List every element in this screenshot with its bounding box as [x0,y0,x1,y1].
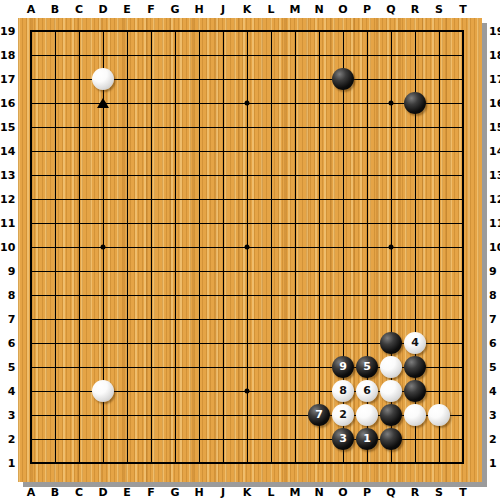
intersection-C4[interactable] [67,379,91,403]
intersection-K16[interactable] [235,91,259,115]
intersection-F15[interactable] [139,115,163,139]
intersection-P7[interactable] [355,307,379,331]
intersection-K6[interactable] [235,331,259,355]
intersection-K5[interactable] [235,355,259,379]
intersection-G11[interactable] [163,211,187,235]
intersection-D2[interactable] [91,427,115,451]
intersection-A6[interactable] [19,331,43,355]
intersection-S13[interactable] [427,163,451,187]
intersection-S1[interactable] [427,451,451,475]
intersection-K17[interactable] [235,67,259,91]
intersection-O7[interactable] [331,307,355,331]
intersection-O5[interactable]: 9 [331,355,355,379]
intersection-F17[interactable] [139,67,163,91]
intersection-B11[interactable] [43,211,67,235]
intersection-G16[interactable] [163,91,187,115]
intersection-H16[interactable] [187,91,211,115]
intersection-A16[interactable] [19,91,43,115]
intersection-S8[interactable] [427,283,451,307]
intersection-R13[interactable] [403,163,427,187]
intersection-K13[interactable] [235,163,259,187]
intersection-G17[interactable] [163,67,187,91]
intersection-Q9[interactable] [379,259,403,283]
intersection-P12[interactable] [355,187,379,211]
intersection-P1[interactable] [355,451,379,475]
intersection-S11[interactable] [427,211,451,235]
intersection-B16[interactable] [43,91,67,115]
intersection-O6[interactable] [331,331,355,355]
intersection-O10[interactable] [331,235,355,259]
intersection-F1[interactable] [139,451,163,475]
intersection-T12[interactable] [451,187,475,211]
intersection-L14[interactable] [259,139,283,163]
intersection-Q5[interactable] [379,355,403,379]
intersection-F13[interactable] [139,163,163,187]
intersection-F6[interactable] [139,331,163,355]
intersection-H15[interactable] [187,115,211,139]
intersection-H10[interactable] [187,235,211,259]
intersection-D16[interactable] [91,91,115,115]
intersection-H12[interactable] [187,187,211,211]
intersection-P16[interactable] [355,91,379,115]
intersection-M17[interactable] [283,67,307,91]
intersection-C9[interactable] [67,259,91,283]
intersection-K10[interactable] [235,235,259,259]
intersection-A4[interactable] [19,379,43,403]
intersection-A8[interactable] [19,283,43,307]
intersection-L9[interactable] [259,259,283,283]
intersection-P13[interactable] [355,163,379,187]
intersection-T14[interactable] [451,139,475,163]
intersection-A13[interactable] [19,163,43,187]
intersection-Q1[interactable] [379,451,403,475]
intersection-L11[interactable] [259,211,283,235]
intersection-L2[interactable] [259,427,283,451]
intersection-J5[interactable] [211,355,235,379]
intersection-T4[interactable] [451,379,475,403]
intersection-J2[interactable] [211,427,235,451]
intersection-C5[interactable] [67,355,91,379]
intersection-D13[interactable] [91,163,115,187]
intersection-L5[interactable] [259,355,283,379]
intersection-B12[interactable] [43,187,67,211]
intersection-C16[interactable] [67,91,91,115]
intersection-B3[interactable] [43,403,67,427]
intersection-S4[interactable] [427,379,451,403]
intersection-D3[interactable] [91,403,115,427]
intersection-H7[interactable] [187,307,211,331]
intersection-N17[interactable] [307,67,331,91]
intersection-P19[interactable] [355,19,379,43]
intersection-E2[interactable] [115,427,139,451]
intersection-K3[interactable] [235,403,259,427]
intersection-T7[interactable] [451,307,475,331]
intersection-F5[interactable] [139,355,163,379]
intersection-J14[interactable] [211,139,235,163]
intersection-P17[interactable] [355,67,379,91]
intersection-B1[interactable] [43,451,67,475]
intersection-S14[interactable] [427,139,451,163]
intersection-J16[interactable] [211,91,235,115]
intersection-G4[interactable] [163,379,187,403]
intersection-P3[interactable] [355,403,379,427]
intersection-P8[interactable] [355,283,379,307]
intersection-H9[interactable] [187,259,211,283]
intersection-J13[interactable] [211,163,235,187]
intersection-C11[interactable] [67,211,91,235]
intersection-H14[interactable] [187,139,211,163]
intersection-M2[interactable] [283,427,307,451]
intersection-H6[interactable] [187,331,211,355]
intersection-H13[interactable] [187,163,211,187]
intersection-R7[interactable] [403,307,427,331]
intersection-Q4[interactable] [379,379,403,403]
intersection-R6[interactable]: 4 [403,331,427,355]
intersection-T3[interactable] [451,403,475,427]
intersection-J8[interactable] [211,283,235,307]
intersection-K15[interactable] [235,115,259,139]
intersection-B5[interactable] [43,355,67,379]
intersection-L3[interactable] [259,403,283,427]
intersection-N12[interactable] [307,187,331,211]
intersection-N13[interactable] [307,163,331,187]
intersection-K11[interactable] [235,211,259,235]
intersection-D18[interactable] [91,43,115,67]
intersection-F2[interactable] [139,427,163,451]
intersection-J7[interactable] [211,307,235,331]
intersection-O9[interactable] [331,259,355,283]
intersection-M1[interactable] [283,451,307,475]
intersection-L19[interactable] [259,19,283,43]
intersection-R17[interactable] [403,67,427,91]
intersection-G2[interactable] [163,427,187,451]
intersection-G15[interactable] [163,115,187,139]
intersection-H4[interactable] [187,379,211,403]
intersection-K12[interactable] [235,187,259,211]
intersection-R5[interactable] [403,355,427,379]
intersection-M8[interactable] [283,283,307,307]
intersection-M13[interactable] [283,163,307,187]
intersection-K8[interactable] [235,283,259,307]
intersection-A15[interactable] [19,115,43,139]
intersection-H8[interactable] [187,283,211,307]
intersection-C6[interactable] [67,331,91,355]
intersection-R19[interactable] [403,19,427,43]
intersection-E6[interactable] [115,331,139,355]
intersection-E3[interactable] [115,403,139,427]
intersection-S12[interactable] [427,187,451,211]
intersection-N6[interactable] [307,331,331,355]
intersection-F3[interactable] [139,403,163,427]
intersection-L4[interactable] [259,379,283,403]
intersection-A12[interactable] [19,187,43,211]
intersection-J12[interactable] [211,187,235,211]
intersection-T19[interactable] [451,19,475,43]
intersection-G13[interactable] [163,163,187,187]
intersection-A2[interactable] [19,427,43,451]
intersection-G9[interactable] [163,259,187,283]
intersection-B7[interactable] [43,307,67,331]
intersection-R16[interactable] [403,91,427,115]
intersection-J19[interactable] [211,19,235,43]
intersection-Q2[interactable] [379,427,403,451]
intersection-K7[interactable] [235,307,259,331]
intersection-Q10[interactable] [379,235,403,259]
intersection-F11[interactable] [139,211,163,235]
intersection-A3[interactable] [19,403,43,427]
intersection-E11[interactable] [115,211,139,235]
intersection-M15[interactable] [283,115,307,139]
intersection-F4[interactable] [139,379,163,403]
intersection-L17[interactable] [259,67,283,91]
intersection-R8[interactable] [403,283,427,307]
intersection-S7[interactable] [427,307,451,331]
intersection-R4[interactable] [403,379,427,403]
intersection-F18[interactable] [139,43,163,67]
intersection-P6[interactable] [355,331,379,355]
intersection-D15[interactable] [91,115,115,139]
intersection-R15[interactable] [403,115,427,139]
intersection-F8[interactable] [139,283,163,307]
intersection-E14[interactable] [115,139,139,163]
intersection-S9[interactable] [427,259,451,283]
intersection-O4[interactable]: 8 [331,379,355,403]
intersection-M19[interactable] [283,19,307,43]
intersection-N7[interactable] [307,307,331,331]
intersection-B8[interactable] [43,283,67,307]
intersection-N16[interactable] [307,91,331,115]
intersection-Q11[interactable] [379,211,403,235]
intersection-J4[interactable] [211,379,235,403]
intersection-T1[interactable] [451,451,475,475]
intersection-Q7[interactable] [379,307,403,331]
intersection-K9[interactable] [235,259,259,283]
intersection-N10[interactable] [307,235,331,259]
intersection-N18[interactable] [307,43,331,67]
intersection-G8[interactable] [163,283,187,307]
intersection-T9[interactable] [451,259,475,283]
intersection-E17[interactable] [115,67,139,91]
intersection-M5[interactable] [283,355,307,379]
intersection-Q3[interactable] [379,403,403,427]
go-board[interactable]: 495867231 [18,18,482,482]
intersection-M12[interactable] [283,187,307,211]
intersection-Q6[interactable] [379,331,403,355]
intersection-H2[interactable] [187,427,211,451]
intersection-C12[interactable] [67,187,91,211]
intersection-F16[interactable] [139,91,163,115]
intersection-M18[interactable] [283,43,307,67]
intersection-E4[interactable] [115,379,139,403]
intersection-D4[interactable] [91,379,115,403]
intersection-P2[interactable]: 1 [355,427,379,451]
intersection-T13[interactable] [451,163,475,187]
intersection-O19[interactable] [331,19,355,43]
intersection-B13[interactable] [43,163,67,187]
intersection-B10[interactable] [43,235,67,259]
intersection-J10[interactable] [211,235,235,259]
intersection-B14[interactable] [43,139,67,163]
intersection-A19[interactable] [19,19,43,43]
intersection-A1[interactable] [19,451,43,475]
intersection-J6[interactable] [211,331,235,355]
intersection-Q15[interactable] [379,115,403,139]
intersection-H19[interactable] [187,19,211,43]
intersection-N3[interactable]: 7 [307,403,331,427]
intersection-E9[interactable] [115,259,139,283]
intersection-C18[interactable] [67,43,91,67]
intersection-B6[interactable] [43,331,67,355]
intersection-R12[interactable] [403,187,427,211]
intersection-N1[interactable] [307,451,331,475]
intersection-P5[interactable]: 5 [355,355,379,379]
intersection-K19[interactable] [235,19,259,43]
intersection-Q13[interactable] [379,163,403,187]
intersection-S6[interactable] [427,331,451,355]
intersection-H11[interactable] [187,211,211,235]
intersection-K18[interactable] [235,43,259,67]
intersection-D8[interactable] [91,283,115,307]
intersection-J1[interactable] [211,451,235,475]
intersection-E19[interactable] [115,19,139,43]
intersection-L13[interactable] [259,163,283,187]
intersection-E12[interactable] [115,187,139,211]
intersection-T8[interactable] [451,283,475,307]
intersection-C7[interactable] [67,307,91,331]
intersection-M6[interactable] [283,331,307,355]
intersection-O14[interactable] [331,139,355,163]
intersection-Q18[interactable] [379,43,403,67]
intersection-F9[interactable] [139,259,163,283]
intersection-S2[interactable] [427,427,451,451]
intersection-F12[interactable] [139,187,163,211]
intersection-T15[interactable] [451,115,475,139]
intersection-F14[interactable] [139,139,163,163]
intersection-D1[interactable] [91,451,115,475]
intersection-D7[interactable] [91,307,115,331]
intersection-R18[interactable] [403,43,427,67]
intersection-L10[interactable] [259,235,283,259]
intersection-A9[interactable] [19,259,43,283]
intersection-P4[interactable]: 6 [355,379,379,403]
intersection-S18[interactable] [427,43,451,67]
intersection-M11[interactable] [283,211,307,235]
intersection-T11[interactable] [451,211,475,235]
intersection-Q19[interactable] [379,19,403,43]
intersection-G10[interactable] [163,235,187,259]
intersection-M7[interactable] [283,307,307,331]
intersection-G3[interactable] [163,403,187,427]
intersection-G5[interactable] [163,355,187,379]
intersection-A10[interactable] [19,235,43,259]
intersection-B2[interactable] [43,427,67,451]
intersection-M4[interactable] [283,379,307,403]
intersection-P14[interactable] [355,139,379,163]
intersection-T2[interactable] [451,427,475,451]
intersection-Q14[interactable] [379,139,403,163]
intersection-C19[interactable] [67,19,91,43]
intersection-Q17[interactable] [379,67,403,91]
intersection-N11[interactable] [307,211,331,235]
intersection-L8[interactable] [259,283,283,307]
intersection-D19[interactable] [91,19,115,43]
intersection-K14[interactable] [235,139,259,163]
intersection-A5[interactable] [19,355,43,379]
intersection-K1[interactable] [235,451,259,475]
intersection-E7[interactable] [115,307,139,331]
intersection-P11[interactable] [355,211,379,235]
intersection-J9[interactable] [211,259,235,283]
intersection-H1[interactable] [187,451,211,475]
intersection-O12[interactable] [331,187,355,211]
intersection-Q16[interactable] [379,91,403,115]
intersection-E18[interactable] [115,43,139,67]
intersection-G7[interactable] [163,307,187,331]
intersection-Q8[interactable] [379,283,403,307]
intersection-R14[interactable] [403,139,427,163]
intersection-T17[interactable] [451,67,475,91]
intersection-A7[interactable] [19,307,43,331]
intersection-K2[interactable] [235,427,259,451]
intersection-R10[interactable] [403,235,427,259]
intersection-C1[interactable] [67,451,91,475]
intersection-T6[interactable] [451,331,475,355]
intersection-B4[interactable] [43,379,67,403]
intersection-O15[interactable] [331,115,355,139]
intersection-A17[interactable] [19,67,43,91]
intersection-E16[interactable] [115,91,139,115]
intersection-N15[interactable] [307,115,331,139]
intersection-F10[interactable] [139,235,163,259]
intersection-S3[interactable] [427,403,451,427]
intersection-G14[interactable] [163,139,187,163]
intersection-C8[interactable] [67,283,91,307]
intersection-O1[interactable] [331,451,355,475]
intersection-C2[interactable] [67,427,91,451]
intersection-A14[interactable] [19,139,43,163]
intersection-H3[interactable] [187,403,211,427]
intersection-E1[interactable] [115,451,139,475]
intersection-B9[interactable] [43,259,67,283]
intersection-L16[interactable] [259,91,283,115]
intersection-S5[interactable] [427,355,451,379]
intersection-M9[interactable] [283,259,307,283]
intersection-J11[interactable] [211,211,235,235]
intersection-R3[interactable] [403,403,427,427]
intersection-L18[interactable] [259,43,283,67]
intersection-S15[interactable] [427,115,451,139]
intersection-N8[interactable] [307,283,331,307]
intersection-L6[interactable] [259,331,283,355]
intersection-E15[interactable] [115,115,139,139]
intersection-E8[interactable] [115,283,139,307]
intersection-T5[interactable] [451,355,475,379]
intersection-M14[interactable] [283,139,307,163]
intersection-F19[interactable] [139,19,163,43]
intersection-N5[interactable] [307,355,331,379]
intersection-J18[interactable] [211,43,235,67]
intersection-N19[interactable] [307,19,331,43]
intersection-S10[interactable] [427,235,451,259]
intersection-B19[interactable] [43,19,67,43]
intersection-P9[interactable] [355,259,379,283]
intersection-D12[interactable] [91,187,115,211]
intersection-D6[interactable] [91,331,115,355]
intersection-J15[interactable] [211,115,235,139]
intersection-O18[interactable] [331,43,355,67]
intersection-C15[interactable] [67,115,91,139]
intersection-O8[interactable] [331,283,355,307]
